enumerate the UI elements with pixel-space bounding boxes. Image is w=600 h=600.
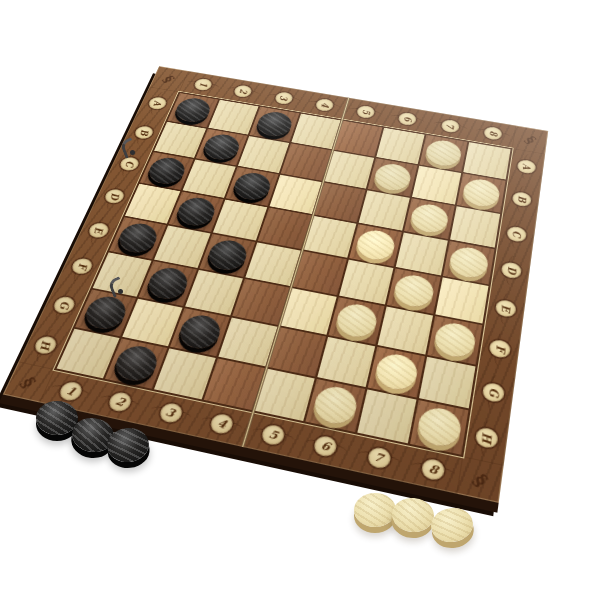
square-H6[interactable]: ⛀ — [305, 379, 365, 432]
checker-white[interactable]: ⛀ — [311, 383, 360, 427]
coordinate-coin: C — [118, 156, 141, 172]
square-E7[interactable]: ⛀ — [387, 268, 441, 313]
checker-white[interactable]: ⛀ — [461, 177, 501, 209]
coordinate-coin: D — [103, 188, 126, 205]
checker-black[interactable]: ⛂ — [231, 170, 274, 202]
checker-white[interactable]: ⛀ — [432, 320, 477, 360]
checker-black[interactable]: ⛂ — [111, 343, 162, 384]
coordinate-coin: 7 — [440, 119, 460, 134]
captured-checker-white[interactable] — [429, 505, 475, 545]
coordinate-coin: 5 — [356, 105, 376, 120]
corner-ornament: § — [457, 457, 503, 503]
checker-black[interactable]: ⛂ — [172, 96, 214, 124]
coordinate-coin: A — [147, 96, 168, 110]
square-G8[interactable] — [419, 357, 475, 409]
coordinate-coin: 2 — [233, 84, 254, 98]
coordinate-slot-right-F: F — [478, 325, 522, 374]
coordinate-coin: 6 — [398, 112, 418, 127]
coordinate-coin: D — [501, 261, 523, 280]
checker-white[interactable]: ⛀ — [354, 228, 397, 263]
square-D8[interactable]: ⛀ — [443, 241, 494, 285]
coordinate-slot-right-G: G — [471, 366, 516, 418]
coordinate-coin: F — [488, 339, 511, 360]
photo-stage: 12345678 12345678 ABCDEFGH ABCDEFGH § § … — [0, 0, 600, 600]
checker-white[interactable]: ⛀ — [373, 351, 420, 393]
hinge-clasp — [110, 278, 123, 296]
coordinate-coin: E — [87, 222, 111, 240]
checker-black[interactable]: ⛂ — [205, 238, 251, 273]
checker-black[interactable]: ⛂ — [254, 110, 295, 139]
square-G6[interactable] — [317, 337, 375, 387]
board-wrap: 12345678 12345678 ABCDEFGH ABCDEFGH § § … — [78, 26, 526, 474]
checker-black[interactable]: ⛂ — [174, 195, 219, 228]
coordinate-coin: C — [506, 225, 527, 243]
checker-black[interactable]: ⛂ — [200, 132, 242, 162]
square-D6[interactable]: ⛀ — [349, 224, 402, 266]
coordinate-coin: B — [512, 191, 532, 208]
coordinate-coin: 5 — [260, 423, 286, 446]
square-C6[interactable] — [359, 190, 410, 230]
checker-white[interactable]: ⛀ — [424, 138, 463, 168]
square-D7[interactable] — [396, 232, 448, 275]
coordinate-coin: B — [133, 125, 155, 140]
checker-black[interactable]: ⛂ — [144, 265, 192, 302]
square-H8[interactable]: ⛀ — [410, 400, 468, 455]
coordinate-coin: G — [51, 295, 77, 315]
coordinate-coin: 4 — [314, 98, 334, 112]
checker-white[interactable]: ⛀ — [409, 202, 451, 236]
square-E6[interactable] — [339, 260, 393, 305]
square-H7[interactable] — [357, 389, 416, 443]
coordinate-coin: A — [517, 159, 537, 175]
coordinate-coin: 7 — [366, 446, 392, 470]
checker-white[interactable]: ⛀ — [392, 272, 436, 309]
coordinate-coin: F — [69, 257, 94, 276]
checker-white[interactable]: ⛀ — [372, 162, 413, 193]
captured-checker-white[interactable] — [354, 493, 396, 527]
coordinate-slot-right-H: H — [463, 411, 510, 466]
coordinate-coin: 6 — [313, 435, 339, 459]
coordinate-coin: 3 — [273, 91, 293, 105]
coordinate-coin: H — [32, 335, 59, 356]
checker-black[interactable]: ⛂ — [145, 155, 189, 186]
square-F7[interactable] — [378, 307, 433, 355]
captured-checker-white[interactable] — [390, 496, 435, 534]
checker-white[interactable]: ⛀ — [334, 301, 380, 340]
coordinate-coin: 4 — [208, 412, 235, 435]
coordinate-coin: 1 — [57, 380, 84, 402]
square-E8[interactable] — [435, 277, 488, 323]
checker-white[interactable]: ⛀ — [448, 245, 490, 281]
coordinate-coin: 8 — [420, 457, 445, 481]
coordinate-coin: G — [482, 381, 506, 403]
checker-white[interactable]: ⛀ — [415, 405, 463, 450]
coordinate-coin: 8 — [483, 126, 502, 141]
checker-black[interactable]: ⛂ — [81, 294, 131, 333]
hinge-clasp — [122, 139, 135, 157]
coordinate-coin: H — [475, 426, 499, 449]
square-F6[interactable]: ⛀ — [329, 297, 385, 344]
coordinate-coin: 2 — [107, 391, 134, 413]
coordinate-coin: 3 — [157, 402, 184, 425]
checker-black[interactable]: ⛂ — [114, 221, 161, 256]
coordinate-coin: 1 — [193, 78, 214, 92]
coordinate-coin: E — [495, 299, 517, 319]
checker-black[interactable]: ⛂ — [175, 312, 224, 352]
square-G7[interactable]: ⛀ — [368, 347, 425, 398]
square-F8[interactable]: ⛀ — [427, 316, 482, 365]
